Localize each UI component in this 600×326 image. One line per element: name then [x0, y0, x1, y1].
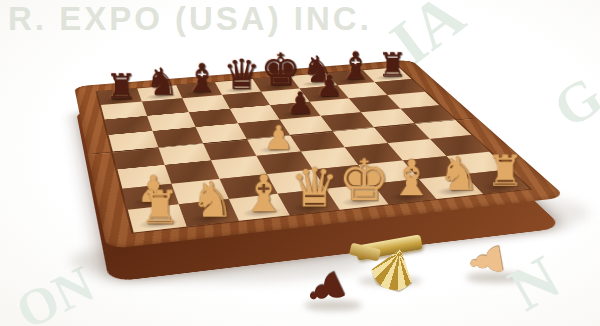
square-c8[interactable]: ♝ [176, 82, 222, 98]
piece-black-P-e6[interactable]: ♟ [279, 89, 321, 117]
square-b1[interactable]: ♞ [179, 199, 239, 227]
fallen-black-pawn[interactable]: ♟ [306, 264, 345, 315]
piece-white-Q-d1[interactable]: ♛ [289, 163, 341, 213]
board-squares: ♜♞♝♛♚♞♝♜♟♟♟♟♜♞♝♛♚♝♞♜ [97, 67, 529, 232]
piece-black-Q-d8[interactable]: ♛ [221, 55, 261, 93]
piece-black-N-b8[interactable]: ♞ [142, 65, 182, 100]
piece-black-R-a8[interactable]: ♜ [101, 71, 142, 103]
watermark-title: R. EXPO (USA) INC. [8, 0, 372, 38]
piece-white-B-f1[interactable]: ♝ [387, 156, 438, 201]
piece-black-B-c8[interactable]: ♝ [182, 61, 222, 97]
square-e6[interactable]: ♟ [270, 102, 321, 120]
product-photo-stage: R. EXPO (USA) INC. IA G ON N ♜♞♝♛♚♞♝♜♟♟♟… [0, 0, 600, 326]
watermark-fragment: G [542, 63, 600, 140]
brass-clasp[interactable] [350, 232, 440, 290]
square-a1[interactable]: ♜ [128, 204, 187, 232]
square-f5[interactable] [321, 112, 374, 131]
square-c5[interactable] [196, 123, 247, 143]
square-d4[interactable]: ♟ [247, 135, 301, 156]
piece-black-R-h8[interactable]: ♜ [373, 50, 412, 81]
fallen-white-pawn[interactable]: ♟ [468, 236, 506, 285]
piece-white-B-c1[interactable]: ♝ [238, 171, 290, 218]
white-pawn-glyph: ♟ [463, 239, 511, 283]
piece-white-N-b1[interactable]: ♞ [186, 179, 239, 224]
piece-white-R-h1[interactable]: ♜ [481, 152, 531, 191]
piece-white-K-e1[interactable]: ♚ [338, 154, 389, 207]
chess-board: ♜♞♝♛♚♞♝♜♟♟♟♟♜♞♝♛♚♝♞♜ [74, 60, 566, 250]
piece-white-N-g1[interactable]: ♞ [434, 154, 484, 197]
square-b8[interactable]: ♞ [137, 85, 182, 101]
piece-white-R-a1[interactable]: ♜ [134, 187, 187, 229]
piece-white-P-d4[interactable]: ♟ [256, 123, 302, 154]
square-a8[interactable]: ♜ [97, 88, 142, 105]
